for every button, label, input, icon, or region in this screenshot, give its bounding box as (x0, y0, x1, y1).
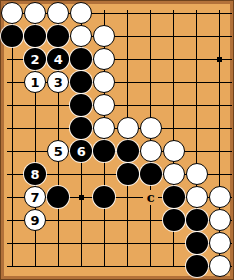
go-stone-white (209, 232, 231, 254)
go-stone-black (186, 232, 208, 254)
go-stone-black (140, 163, 162, 185)
go-stone-white (1, 2, 23, 24)
go-stone-black (70, 71, 92, 93)
go-stone-white (186, 163, 208, 185)
go-stone-black-move-4: 4 (47, 48, 69, 70)
go-stone-white (163, 140, 185, 162)
go-stone-white (70, 25, 92, 47)
go-stone-black (47, 25, 69, 47)
go-stone-white-move-3: 3 (47, 71, 69, 93)
go-stone-white (140, 117, 162, 139)
go-stone-white (209, 209, 231, 231)
go-stone-black (93, 186, 115, 208)
go-stone-black (186, 209, 208, 231)
go-stone-black (117, 163, 139, 185)
go-stone-white-move-1: 1 (24, 71, 46, 93)
go-stone-black-move-8: 8 (24, 163, 46, 185)
move-number: 8 (31, 167, 40, 182)
move-number: 3 (54, 75, 63, 90)
grid-line-horizontal (7, 105, 232, 106)
go-board-diagram: c241356879 (0, 0, 234, 280)
go-stone-white (93, 117, 115, 139)
go-stone-white (93, 48, 115, 70)
go-stone-white-move-5: 5 (47, 140, 69, 162)
go-stone-white (70, 2, 92, 24)
go-stone-black (70, 117, 92, 139)
go-stone-white (163, 163, 185, 185)
go-stone-white-move-7: 7 (24, 186, 46, 208)
move-number: 1 (31, 75, 40, 90)
go-stone-black (93, 140, 115, 162)
go-stone-black (70, 48, 92, 70)
go-stone-black (163, 209, 185, 231)
go-stone-white-move-9: 9 (24, 209, 46, 231)
go-stone-white (93, 94, 115, 116)
move-number: 2 (31, 52, 40, 67)
go-stone-white (24, 2, 46, 24)
star-point (217, 57, 222, 62)
go-stone-black-move-6: 6 (70, 140, 92, 162)
go-stone-black (47, 186, 69, 208)
go-stone-white (186, 186, 208, 208)
grid-line-vertical (12, 10, 13, 267)
go-stone-black (24, 25, 46, 47)
go-stone-black-move-2: 2 (24, 48, 46, 70)
go-stone-white (209, 255, 231, 277)
go-stone-white (93, 25, 115, 47)
move-number: 9 (31, 213, 40, 228)
move-number: 6 (77, 144, 86, 159)
move-number: 4 (54, 52, 63, 67)
go-stone-black (70, 94, 92, 116)
go-stone-white (117, 117, 139, 139)
go-stone-white (93, 71, 115, 93)
point-label-c: c (143, 190, 158, 205)
star-point (79, 195, 84, 200)
go-stone-white (47, 2, 69, 24)
go-stone-white (209, 186, 231, 208)
go-stone-white (140, 140, 162, 162)
go-stone-black (186, 255, 208, 277)
go-stone-black (117, 140, 139, 162)
go-stone-black (163, 186, 185, 208)
go-stone-black (1, 25, 23, 47)
move-number: 5 (54, 144, 63, 159)
move-number: 7 (31, 190, 40, 205)
